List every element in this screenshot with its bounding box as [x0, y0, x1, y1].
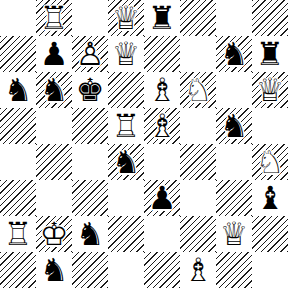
square-c6[interactable]: ♚ — [72, 72, 108, 108]
black-king-body: ♚ — [72, 72, 108, 108]
white-queen-body: ♛ — [252, 72, 288, 108]
white-pawn: ♟♙ — [72, 36, 108, 72]
black-knight: ♞ — [108, 144, 144, 180]
square-f4[interactable] — [180, 144, 216, 180]
white-pawn-outline: ♙ — [72, 36, 108, 72]
black-knight-body: ♞ — [36, 252, 72, 288]
white-queen-outline: ♕ — [108, 36, 144, 72]
square-f6[interactable]: ♞♘ — [180, 72, 216, 108]
white-knight-body: ♞ — [252, 144, 288, 180]
white-rook: ♜♖ — [108, 108, 144, 144]
white-bishop-body: ♝ — [144, 72, 180, 108]
square-d6[interactable] — [108, 72, 144, 108]
white-bishop-outline: ♗ — [144, 72, 180, 108]
square-b4[interactable] — [36, 144, 72, 180]
black-knight: ♞ — [36, 72, 72, 108]
square-e7[interactable] — [144, 36, 180, 72]
black-bishop: ♝ — [252, 180, 288, 216]
square-d8[interactable]: ♛♕ — [108, 0, 144, 36]
white-knight-outline: ♘ — [180, 72, 216, 108]
white-rook: ♜♖ — [0, 216, 36, 252]
square-a8[interactable] — [0, 0, 36, 36]
square-b8[interactable]: ♜♖ — [36, 0, 72, 36]
square-f2[interactable] — [180, 216, 216, 252]
square-b3[interactable] — [36, 180, 72, 216]
white-knight: ♞♘ — [252, 144, 288, 180]
white-rook-body: ♜ — [36, 0, 72, 36]
square-h4[interactable]: ♞♘ — [252, 144, 288, 180]
square-b6[interactable]: ♞ — [36, 72, 72, 108]
black-knight: ♞ — [0, 72, 36, 108]
white-rook-body: ♜ — [0, 216, 36, 252]
black-pawn-body: ♟ — [36, 36, 72, 72]
square-g7[interactable]: ♞ — [216, 36, 252, 72]
square-h5[interactable] — [252, 108, 288, 144]
white-queen-outline: ♕ — [216, 216, 252, 252]
square-c7[interactable]: ♟♙ — [72, 36, 108, 72]
square-c3[interactable] — [72, 180, 108, 216]
white-queen: ♛♕ — [216, 216, 252, 252]
square-f1[interactable]: ♝♗ — [180, 252, 216, 288]
square-e5[interactable]: ♝♗ — [144, 108, 180, 144]
square-f5[interactable] — [180, 108, 216, 144]
square-e6[interactable]: ♝♗ — [144, 72, 180, 108]
white-bishop-body: ♝ — [180, 252, 216, 288]
white-rook-outline: ♖ — [36, 0, 72, 36]
white-knight: ♞♘ — [180, 72, 216, 108]
white-queen-body: ♛ — [108, 0, 144, 36]
white-queen: ♛♕ — [108, 0, 144, 36]
white-queen-outline: ♕ — [108, 0, 144, 36]
square-d7[interactable]: ♛♕ — [108, 36, 144, 72]
square-h2[interactable] — [252, 216, 288, 252]
square-e3[interactable]: ♟ — [144, 180, 180, 216]
black-pawn-body: ♟ — [144, 180, 180, 216]
square-d1[interactable] — [108, 252, 144, 288]
square-g2[interactable]: ♛♕ — [216, 216, 252, 252]
white-bishop-body: ♝ — [144, 108, 180, 144]
square-b1[interactable]: ♞ — [36, 252, 72, 288]
white-pawn-body: ♟ — [72, 36, 108, 72]
square-a1[interactable] — [0, 252, 36, 288]
square-g5[interactable]: ♞ — [216, 108, 252, 144]
square-d2[interactable] — [108, 216, 144, 252]
black-knight-body: ♞ — [72, 216, 108, 252]
black-knight-body: ♞ — [108, 144, 144, 180]
white-knight-body: ♞ — [180, 72, 216, 108]
square-a4[interactable] — [0, 144, 36, 180]
black-bishop-body: ♝ — [252, 180, 288, 216]
square-g6[interactable] — [216, 72, 252, 108]
square-g8[interactable] — [216, 0, 252, 36]
square-c8[interactable] — [72, 0, 108, 36]
white-rook-body: ♜ — [108, 108, 144, 144]
square-a3[interactable] — [0, 180, 36, 216]
white-queen-outline: ♕ — [252, 72, 288, 108]
square-d3[interactable] — [108, 180, 144, 216]
white-rook: ♜♖ — [36, 0, 72, 36]
black-rook: ♜ — [144, 0, 180, 36]
square-h6[interactable]: ♛♕ — [252, 72, 288, 108]
black-knight-body: ♞ — [36, 72, 72, 108]
white-queen: ♛♕ — [108, 36, 144, 72]
white-bishop-outline: ♗ — [180, 252, 216, 288]
white-bishop: ♝♗ — [144, 108, 180, 144]
white-king-body: ♚ — [36, 216, 72, 252]
white-queen-body: ♛ — [216, 216, 252, 252]
black-rook-body: ♜ — [252, 36, 288, 72]
square-b5[interactable] — [36, 108, 72, 144]
square-a6[interactable]: ♞ — [0, 72, 36, 108]
white-queen: ♛♕ — [252, 72, 288, 108]
square-f8[interactable] — [180, 0, 216, 36]
square-a2[interactable]: ♜♖ — [0, 216, 36, 252]
black-pawn: ♟ — [144, 180, 180, 216]
square-c5[interactable] — [72, 108, 108, 144]
chess-board: ♜♖♛♕♜♟♟♙♛♕♞♜♞♞♚♝♗♞♘♛♕♜♖♝♗♞♞♞♘♟♝♜♖♚♔♞♛♕♞♝… — [0, 0, 288, 288]
black-knight-body: ♞ — [216, 108, 252, 144]
square-f3[interactable] — [180, 180, 216, 216]
white-rook-outline: ♖ — [0, 216, 36, 252]
black-knight: ♞ — [216, 36, 252, 72]
square-h7[interactable]: ♜ — [252, 36, 288, 72]
square-h8[interactable] — [252, 0, 288, 36]
black-knight: ♞ — [36, 252, 72, 288]
black-king: ♚ — [72, 72, 108, 108]
white-king: ♚♔ — [36, 216, 72, 252]
square-g3[interactable] — [216, 180, 252, 216]
square-c1[interactable] — [72, 252, 108, 288]
square-d5[interactable]: ♜♖ — [108, 108, 144, 144]
square-b7[interactable]: ♟ — [36, 36, 72, 72]
square-e2[interactable] — [144, 216, 180, 252]
square-e1[interactable] — [144, 252, 180, 288]
black-knight: ♞ — [72, 216, 108, 252]
square-b2[interactable]: ♚♔ — [36, 216, 72, 252]
white-bishop-outline: ♗ — [144, 108, 180, 144]
square-h1[interactable] — [252, 252, 288, 288]
white-bishop: ♝♗ — [180, 252, 216, 288]
white-knight-outline: ♘ — [252, 144, 288, 180]
white-bishop: ♝♗ — [144, 72, 180, 108]
black-rook: ♜ — [252, 36, 288, 72]
square-g4[interactable] — [216, 144, 252, 180]
white-rook-outline: ♖ — [108, 108, 144, 144]
square-g1[interactable] — [216, 252, 252, 288]
square-e8[interactable]: ♜ — [144, 0, 180, 36]
square-h3[interactable]: ♝ — [252, 180, 288, 216]
black-knight-body: ♞ — [0, 72, 36, 108]
black-knight: ♞ — [216, 108, 252, 144]
black-rook-body: ♜ — [144, 0, 180, 36]
square-e4[interactable] — [144, 144, 180, 180]
white-queen-body: ♛ — [108, 36, 144, 72]
square-a5[interactable] — [0, 108, 36, 144]
square-c2[interactable]: ♞ — [72, 216, 108, 252]
black-knight-body: ♞ — [216, 36, 252, 72]
white-king-outline: ♔ — [36, 216, 72, 252]
black-pawn: ♟ — [36, 36, 72, 72]
square-f7[interactable] — [180, 36, 216, 72]
square-a7[interactable] — [0, 36, 36, 72]
square-d4[interactable]: ♞ — [108, 144, 144, 180]
square-c4[interactable] — [72, 144, 108, 180]
